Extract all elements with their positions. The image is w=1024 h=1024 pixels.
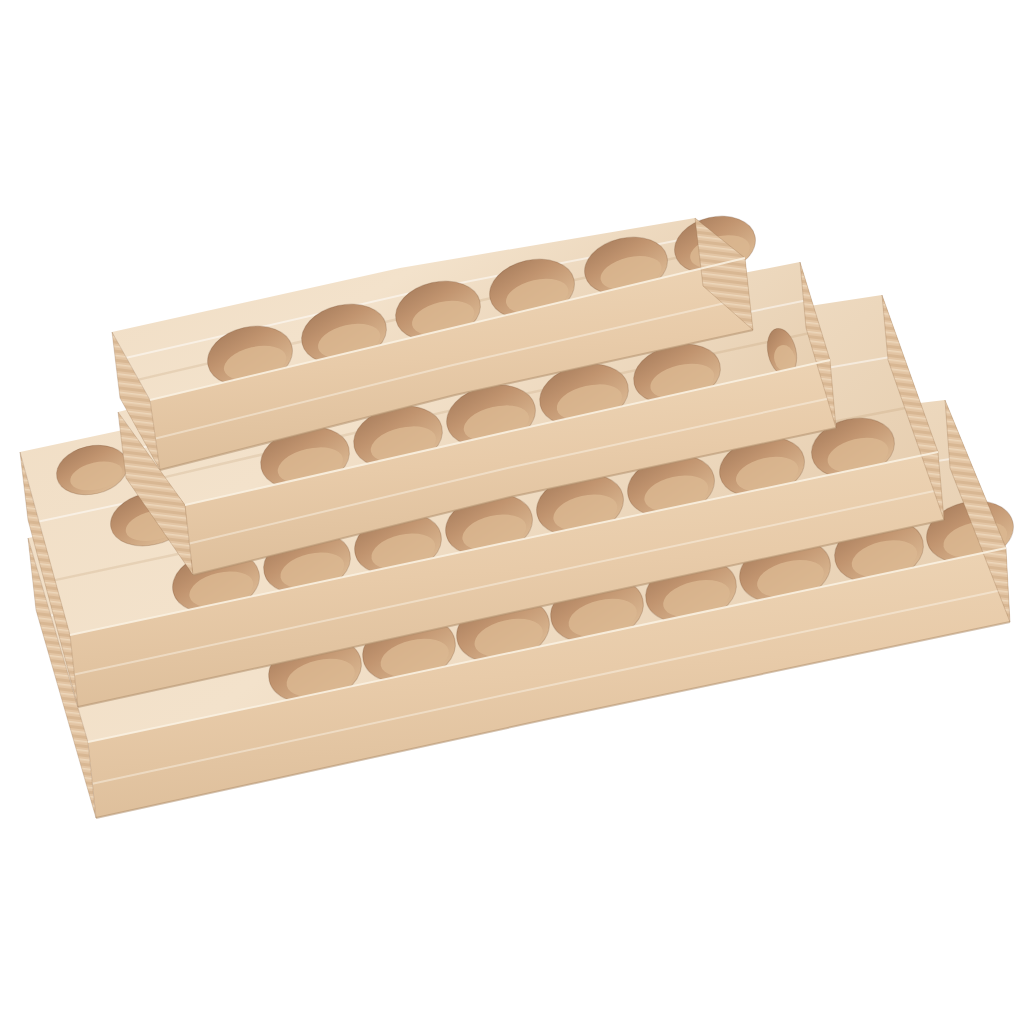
wooden-oil-rack-photo	[0, 0, 1024, 1024]
photo-canvas	[0, 0, 1024, 1024]
